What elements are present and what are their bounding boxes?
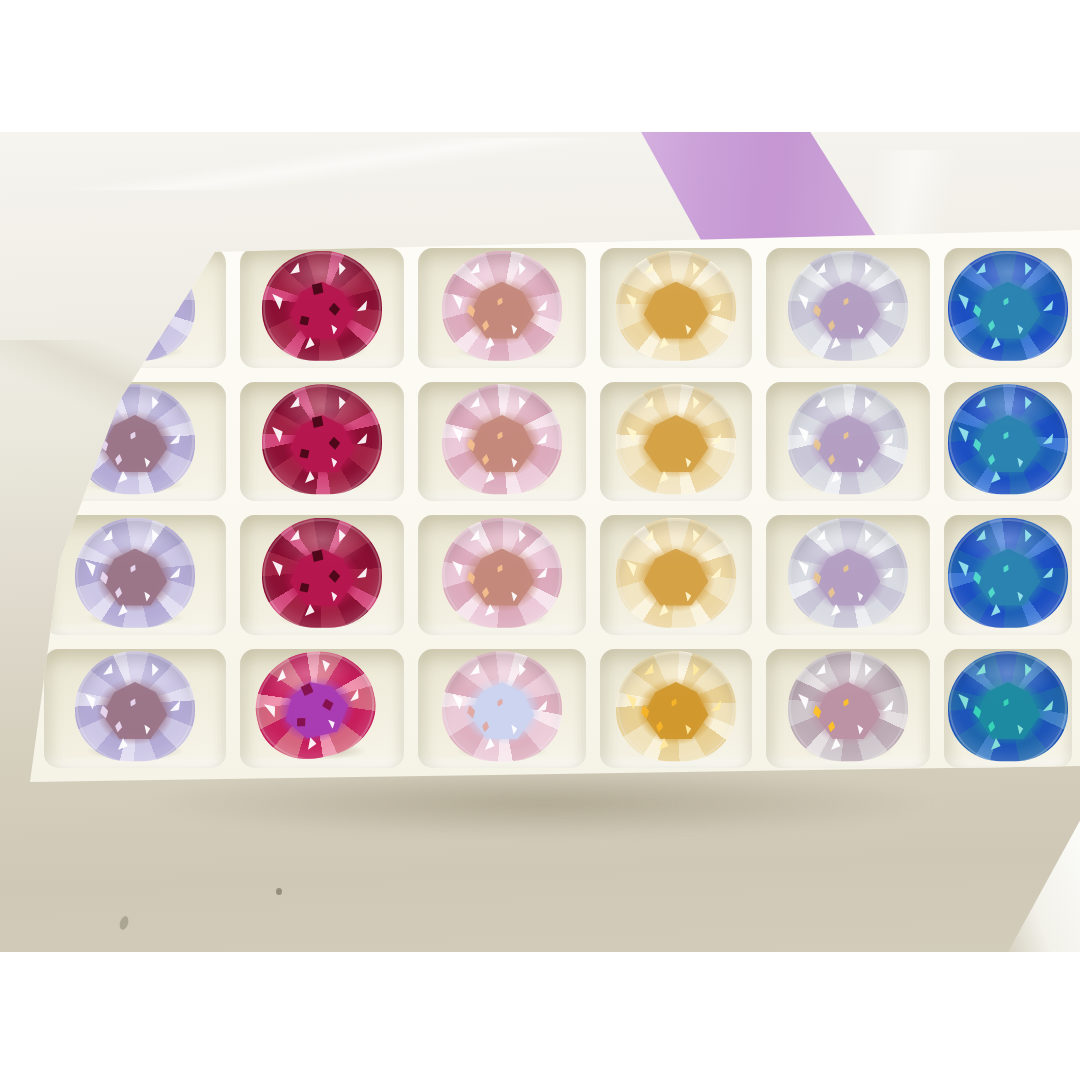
sparkle-highlight: [710, 298, 725, 315]
crystal-r2c5-white_opal: [788, 384, 908, 498]
sparkle-highlight: [1042, 698, 1057, 715]
sparkle-highlight: [989, 337, 1001, 351]
sparkle-highlight: [509, 456, 520, 468]
crystal-r3c3-rose_peach: [442, 518, 562, 632]
colour-fleck: [466, 304, 477, 319]
sparkle-highlight: [683, 456, 694, 468]
sparkle-highlight: [142, 456, 153, 468]
colour-fleck: [128, 697, 138, 708]
sparkle-highlight: [329, 590, 340, 602]
sparkle-highlight: [469, 661, 483, 677]
tray-compartment-r2c4: [600, 382, 752, 502]
colour-fleck: [812, 704, 823, 719]
sparkle-highlight: [855, 456, 866, 468]
sparkle-highlight: [683, 590, 694, 602]
sparkle-highlight: [989, 470, 1001, 484]
colour-fleck: [1001, 297, 1011, 308]
tray-compartment-r3c4: [600, 515, 752, 635]
colour-fleck: [812, 437, 823, 452]
colour-fleck: [99, 704, 110, 719]
tray-compartment-r3c2: [240, 515, 404, 635]
sparkle-highlight: [267, 557, 286, 577]
sparkle-highlight: [657, 337, 669, 351]
sparkle-highlight: [447, 424, 466, 444]
sparkle-highlight: [861, 662, 874, 677]
dark-facet-spot: [300, 683, 314, 696]
sparkle-highlight: [621, 290, 640, 310]
crystal-r3c4-golden: [616, 518, 736, 632]
colour-fleck: [114, 720, 123, 732]
dark-facet-spot: [297, 579, 313, 595]
sparkle-highlight: [1021, 261, 1034, 276]
sparkle-highlight: [882, 431, 897, 448]
sparkle-highlight: [1015, 590, 1026, 602]
sparkle-highlight: [953, 691, 972, 711]
colour-fleck: [972, 437, 983, 452]
sparkle-highlight: [303, 337, 315, 351]
sparkle-highlight: [267, 290, 286, 310]
colour-fleck: [114, 587, 123, 599]
photo-stage: [0, 0, 1080, 1080]
tray-cast-shadow: [18, 768, 1068, 860]
tray-compartment-r4c4: [600, 649, 752, 769]
colour-fleck: [812, 304, 823, 319]
tray-compartment-r1c5: [766, 248, 930, 368]
crystal-r4c1-lavender: [75, 651, 195, 765]
colour-fleck: [99, 571, 110, 586]
colour-fleck: [987, 587, 996, 599]
crystal-r3c6-caribbean_blue: [948, 518, 1068, 632]
dark-facet-spot: [327, 435, 342, 451]
sparkle-highlight: [829, 337, 841, 351]
colour-fleck: [466, 571, 477, 586]
dark-facet-spot: [310, 280, 326, 296]
sparkle-highlight: [1015, 456, 1026, 468]
sparkle-highlight: [289, 394, 303, 410]
sparkle-highlight: [483, 604, 495, 618]
colour-fleck: [495, 430, 505, 441]
sparkle-highlight: [469, 528, 483, 544]
colour-fleck: [841, 430, 851, 441]
colour-fleck: [495, 297, 505, 308]
tray-compartment-r1c2: [240, 248, 404, 368]
tray-compartment-r3c1: [44, 515, 226, 635]
tray-compartment-r2c6: [944, 382, 1072, 502]
sparkle-highlight: [689, 395, 702, 410]
crystal-r3c1-lavender: [75, 518, 195, 632]
sparkle-highlight: [643, 261, 657, 277]
sparkle-highlight: [169, 565, 184, 582]
colour-fleck: [481, 453, 490, 465]
sparkle-highlight: [276, 669, 288, 683]
crystal-r4c3-rose_light: [442, 651, 562, 765]
sparkle-highlight: [953, 557, 972, 577]
sparkle-highlight: [829, 737, 841, 751]
sparkle-highlight: [815, 261, 829, 277]
sparkle-highlight: [643, 528, 657, 544]
sparkle-highlight: [882, 298, 897, 315]
dark-facet-spot: [327, 569, 342, 585]
colour-fleck: [1001, 564, 1011, 575]
sparkle-highlight: [318, 658, 332, 673]
sparkle-highlight: [657, 737, 669, 751]
sparkle-highlight: [861, 528, 874, 543]
sparkle-highlight: [683, 723, 694, 735]
sparkle-highlight: [975, 261, 989, 277]
sparkle-highlight: [975, 661, 989, 677]
tray-grid: [30, 228, 1080, 786]
sparkle-highlight: [169, 431, 184, 448]
tray-compartment-r3c5: [766, 515, 930, 635]
sparkle-highlight: [335, 261, 348, 276]
sparkle-highlight: [116, 737, 128, 751]
sparkle-highlight: [169, 698, 184, 715]
tray-compartment-r3c3: [418, 515, 586, 635]
sparkle-highlight: [469, 261, 483, 277]
sparkle-highlight: [975, 394, 989, 410]
sparkle-highlight: [303, 604, 315, 618]
crystal-r1c2-dark_red: [262, 251, 382, 365]
sparkle-highlight: [483, 737, 495, 751]
sparkle-highlight: [1015, 723, 1026, 735]
sparkle-highlight: [469, 394, 483, 410]
sparkle-highlight: [260, 701, 280, 719]
sparkle-highlight: [267, 424, 286, 444]
sparkle-highlight: [815, 394, 829, 410]
sparkle-highlight: [1015, 323, 1026, 335]
tray-compartment-r1c6: [944, 248, 1072, 368]
colour-fleck: [128, 430, 138, 441]
sparkle-highlight: [148, 528, 161, 543]
colour-fleck: [655, 720, 664, 732]
sparkle-highlight: [953, 424, 972, 444]
colour-fleck: [640, 704, 651, 719]
colour-fleck: [481, 320, 490, 332]
sparkle-highlight: [1042, 431, 1057, 448]
sparkle-highlight: [303, 470, 315, 484]
colour-fleck: [987, 320, 996, 332]
colour-fleck: [466, 704, 477, 719]
sparkle-highlight: [536, 698, 551, 715]
sparkle-highlight: [356, 565, 371, 582]
crystal-tray: [30, 228, 1080, 786]
sparkle-highlight: [989, 604, 1001, 618]
sparkle-highlight: [116, 470, 128, 484]
tray-compartment-r4c6: [944, 649, 1072, 769]
crystal-r4c6-teal_blue: [948, 651, 1068, 765]
sparkle-highlight: [643, 394, 657, 410]
sparkle-highlight: [815, 528, 829, 544]
dark-facet-spot: [297, 312, 313, 328]
sparkle-highlight: [855, 590, 866, 602]
sparkle-highlight: [80, 691, 99, 711]
colour-fleck: [1001, 697, 1011, 708]
crystal-r1c3-rose_peach: [442, 251, 562, 365]
sparkle-highlight: [349, 688, 362, 704]
sparkle-highlight: [989, 737, 1001, 751]
tray-compartment-r4c3: [418, 649, 586, 769]
sparkle-highlight: [829, 470, 841, 484]
crystal-r3c5-white_opal: [788, 518, 908, 632]
sparkle-highlight: [515, 662, 528, 677]
tray-compartment-r1c3: [418, 248, 586, 368]
sparkle-highlight: [793, 424, 812, 444]
sparkle-highlight: [536, 431, 551, 448]
colour-fleck: [841, 564, 851, 575]
sparkle-highlight: [815, 661, 829, 677]
sparkle-highlight: [289, 261, 303, 277]
colour-fleck: [972, 304, 983, 319]
sparkle-highlight: [710, 698, 725, 715]
sparkle-highlight: [80, 557, 99, 577]
sparkle-highlight: [861, 261, 874, 276]
sparkle-highlight: [515, 261, 528, 276]
sparkle-highlight: [882, 565, 897, 582]
sparkle-highlight: [793, 691, 812, 711]
dark-facet-spot: [327, 302, 342, 318]
tray-compartment-r4c5: [766, 649, 930, 769]
sparkle-highlight: [975, 528, 989, 544]
sparkle-highlight: [483, 337, 495, 351]
sparkle-highlight: [289, 528, 303, 544]
sparkle-highlight: [142, 723, 153, 735]
dark-facet-spot: [310, 547, 326, 563]
tray-compartment-r1c4: [600, 248, 752, 368]
sparkle-highlight: [829, 604, 841, 618]
crystal-r1c4-golden: [616, 251, 736, 365]
sparkle-highlight: [1021, 662, 1034, 677]
colour-fleck: [987, 453, 996, 465]
crystal-r2c6-caribbean_blue: [948, 384, 1068, 498]
crystal-r2c3-rose_peach: [442, 384, 562, 498]
sparkle-highlight: [689, 261, 702, 276]
sparkle-highlight: [657, 470, 669, 484]
colour-fleck: [972, 571, 983, 586]
sparkle-highlight: [148, 395, 161, 410]
colour-fleck: [495, 564, 505, 575]
colour-fleck: [114, 453, 123, 465]
crystal-r4c5-pink_opal: [788, 651, 908, 765]
sparkle-highlight: [621, 424, 640, 444]
sparkle-highlight: [1021, 395, 1034, 410]
sparkle-highlight: [329, 323, 340, 335]
tray-compartment-r2c5: [766, 382, 930, 502]
tray-compartment-r2c2: [240, 382, 404, 502]
colour-fleck: [827, 320, 836, 332]
sparkle-highlight: [861, 395, 874, 410]
sparkle-highlight: [329, 456, 340, 468]
sparkle-highlight: [447, 691, 466, 711]
sparkle-highlight: [710, 565, 725, 582]
crystal-r3c2-dark_red: [262, 518, 382, 632]
sparkle-highlight: [326, 718, 338, 730]
dark-facet-spot: [297, 446, 313, 462]
sparkle-highlight: [689, 528, 702, 543]
crystal-r4c2-fuchsia_rose: [245, 640, 387, 774]
sparkle-highlight: [515, 528, 528, 543]
crystal-r1c6-caribbean_blue: [948, 251, 1068, 365]
sparkle-highlight: [643, 661, 657, 677]
crystal-r2c4-golden: [616, 384, 736, 498]
sparkle-highlight: [509, 723, 520, 735]
sparkle-highlight: [148, 662, 161, 677]
colour-fleck: [827, 720, 836, 732]
sparkle-highlight: [1042, 565, 1057, 582]
sparkle-highlight: [335, 528, 348, 543]
photo-bottom-white-band: [0, 952, 1080, 1080]
sparkle-highlight: [509, 323, 520, 335]
sparkle-highlight: [793, 290, 812, 310]
sparkle-highlight: [335, 395, 348, 410]
sparkle-highlight: [621, 691, 640, 711]
sparkle-highlight: [621, 557, 640, 577]
crystal-r4c4-golden_deep: [616, 651, 736, 765]
sparkle-highlight: [536, 298, 551, 315]
dark-facet-spot: [310, 414, 326, 430]
colour-fleck: [841, 297, 851, 308]
photo-top-white-band: [0, 0, 1080, 132]
dust-speck: [276, 888, 282, 895]
colour-fleck: [827, 587, 836, 599]
sparkle-highlight: [102, 661, 116, 677]
sparkle-highlight: [305, 736, 317, 749]
sparkle-highlight: [356, 298, 371, 315]
sparkle-highlight: [683, 323, 694, 335]
sparkle-highlight: [536, 565, 551, 582]
colour-fleck: [128, 564, 138, 575]
sparkle-highlight: [710, 431, 725, 448]
crystal-r2c2-dark_red: [262, 384, 382, 498]
sparkle-highlight: [793, 557, 812, 577]
colour-fleck: [827, 453, 836, 465]
sparkle-highlight: [142, 590, 153, 602]
sparkle-highlight: [855, 723, 866, 735]
sparkle-highlight: [356, 431, 371, 448]
sparkle-highlight: [102, 528, 116, 544]
sparkle-highlight: [509, 590, 520, 602]
sparkle-highlight: [855, 323, 866, 335]
sparkle-highlight: [447, 290, 466, 310]
colour-fleck: [972, 704, 983, 719]
sparkle-highlight: [483, 470, 495, 484]
sparkle-highlight: [689, 662, 702, 677]
sparkle-highlight: [657, 604, 669, 618]
colour-fleck: [495, 697, 505, 708]
colour-fleck: [481, 720, 490, 732]
crystal-r1c5-white_opal: [788, 251, 908, 365]
tray-compartment-r4c1: [44, 649, 226, 769]
sparkle-highlight: [882, 698, 897, 715]
dark-facet-spot: [294, 715, 309, 729]
sparkle-highlight: [1042, 298, 1057, 315]
colour-fleck: [1001, 430, 1011, 441]
tray-compartment-r2c3: [418, 382, 586, 502]
dark-facet-spot: [320, 698, 336, 714]
tray-compartment-r3c6: [944, 515, 1072, 635]
sparkle-highlight: [116, 604, 128, 618]
sparkle-highlight: [515, 395, 528, 410]
colour-fleck: [812, 571, 823, 586]
colour-fleck: [669, 697, 679, 708]
tray-compartment-r4c2: [240, 649, 404, 769]
colour-fleck: [841, 697, 851, 708]
colour-fleck: [466, 437, 477, 452]
sparkle-highlight: [447, 557, 466, 577]
colour-fleck: [987, 720, 996, 732]
colour-fleck: [481, 587, 490, 599]
sparkle-highlight: [1021, 528, 1034, 543]
sparkle-highlight: [953, 290, 972, 310]
